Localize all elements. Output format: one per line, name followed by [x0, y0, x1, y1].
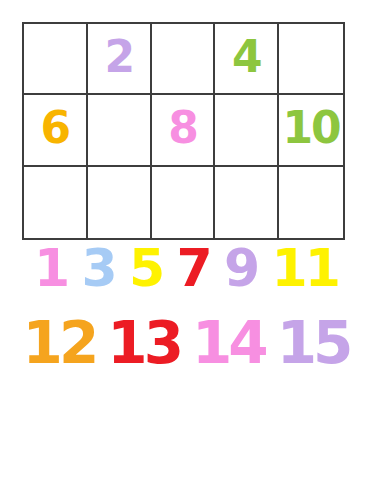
- bank-number-1[interactable]: 1: [34, 242, 67, 294]
- grid-cell-r1c1-empty[interactable]: [24, 24, 88, 95]
- grid-cell-r3c3-empty[interactable]: [152, 167, 216, 238]
- grid-cell-r3c1-empty[interactable]: [24, 167, 88, 238]
- number-grid: 2 4 6 8 10: [22, 22, 345, 240]
- grid-cell-r1c2-given: 2: [88, 24, 152, 95]
- grid-cell-r1c5-empty[interactable]: [279, 24, 343, 95]
- grid-cell-r3c4-empty[interactable]: [215, 167, 279, 238]
- bank-number-11[interactable]: 11: [272, 242, 338, 294]
- bank-number-15[interactable]: 15: [277, 314, 350, 372]
- bank-number-5[interactable]: 5: [129, 242, 162, 294]
- bank-number-3[interactable]: 3: [82, 242, 115, 294]
- grid-cell-r2c2-empty[interactable]: [88, 95, 152, 166]
- grid-cell-r3c2-empty[interactable]: [88, 167, 152, 238]
- bank-number-7[interactable]: 7: [177, 242, 210, 294]
- grid-cell-r2c3-given: 8: [152, 95, 216, 166]
- worksheet-page: 2 4 6 8 10 1 3 5 7 9 11 12 13 14 15: [0, 0, 372, 480]
- number-bank-row-1: 1 3 5 7 9 11: [34, 242, 338, 294]
- bank-number-9[interactable]: 9: [224, 242, 257, 294]
- grid-cell-r3c5-empty[interactable]: [279, 167, 343, 238]
- bank-number-14[interactable]: 14: [192, 314, 265, 372]
- bank-number-12[interactable]: 12: [23, 314, 96, 372]
- number-bank-row-2: 12 13 14 15: [0, 314, 372, 372]
- grid-cell-r2c4-empty[interactable]: [215, 95, 279, 166]
- grid-cell-r1c4-given: 4: [215, 24, 279, 95]
- bank-number-13[interactable]: 13: [107, 314, 180, 372]
- grid-cell-r2c1-given: 6: [24, 95, 88, 166]
- grid-cell-r2c5-given: 10: [279, 95, 343, 166]
- grid-cell-r1c3-empty[interactable]: [152, 24, 216, 95]
